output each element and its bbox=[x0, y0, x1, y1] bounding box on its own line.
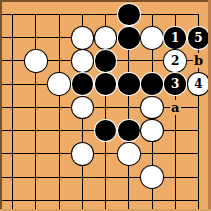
board-cell bbox=[71, 49, 94, 72]
white-stone bbox=[72, 143, 94, 165]
board-cell bbox=[140, 189, 163, 211]
board-cell bbox=[24, 142, 47, 165]
black-stone bbox=[118, 27, 140, 49]
board-cell bbox=[94, 165, 117, 188]
board-cell bbox=[1, 165, 24, 188]
board-cell bbox=[48, 189, 71, 211]
board-grid: 152b34a bbox=[1, 3, 210, 211]
board-cell bbox=[94, 3, 117, 26]
board-cell bbox=[140, 142, 163, 165]
board-cell: 2 bbox=[164, 49, 187, 72]
board-cell bbox=[24, 189, 47, 211]
board-cell bbox=[117, 49, 140, 72]
board-cell bbox=[187, 165, 210, 188]
board-cell bbox=[48, 49, 71, 72]
board-cell bbox=[187, 142, 210, 165]
black-stone bbox=[95, 50, 117, 72]
board-cell bbox=[164, 3, 187, 26]
board-cell bbox=[1, 49, 24, 72]
black-stone bbox=[95, 73, 117, 95]
board-cell: b bbox=[187, 49, 210, 72]
white-stone bbox=[118, 143, 140, 165]
black-stone bbox=[95, 120, 117, 142]
board-cell bbox=[71, 119, 94, 142]
board-cell bbox=[94, 119, 117, 142]
board-cell bbox=[164, 189, 187, 211]
board-frame-bottom bbox=[0, 209, 211, 211]
board-cell bbox=[24, 3, 47, 26]
white-stone bbox=[72, 50, 94, 72]
board-cell bbox=[48, 3, 71, 26]
board-cell bbox=[24, 96, 47, 119]
white-stone bbox=[141, 166, 163, 188]
board-cell bbox=[24, 26, 47, 49]
board-frame-top bbox=[0, 0, 211, 2]
board-cell bbox=[117, 3, 140, 26]
board-cell bbox=[164, 165, 187, 188]
board-cell bbox=[48, 165, 71, 188]
board-cell bbox=[71, 26, 94, 49]
board-cell: a bbox=[164, 96, 187, 119]
board-cell bbox=[71, 96, 94, 119]
board-cell bbox=[140, 3, 163, 26]
board-cell bbox=[117, 189, 140, 211]
board-cell bbox=[187, 189, 210, 211]
board-frame-right bbox=[208, 0, 211, 211]
board-cell bbox=[24, 119, 47, 142]
board-cell bbox=[187, 96, 210, 119]
board-cell bbox=[140, 119, 163, 142]
move-2-white-stone: 2 bbox=[164, 50, 186, 72]
point-label-b: b bbox=[193, 53, 204, 68]
board-cell bbox=[117, 26, 140, 49]
black-stone bbox=[118, 73, 140, 95]
black-stone bbox=[72, 73, 94, 95]
board-cell: 4 bbox=[187, 73, 210, 96]
board-cell bbox=[187, 119, 210, 142]
board-cell bbox=[94, 142, 117, 165]
move-1-black-stone: 1 bbox=[164, 27, 186, 49]
board-cell bbox=[94, 73, 117, 96]
black-stone bbox=[141, 73, 163, 95]
move-3-black-stone: 3 bbox=[164, 73, 186, 95]
white-stone bbox=[95, 27, 117, 49]
board-cell bbox=[1, 3, 24, 26]
board-cell bbox=[48, 142, 71, 165]
board-cell bbox=[117, 73, 140, 96]
board-cell bbox=[24, 49, 47, 72]
white-stone bbox=[141, 27, 163, 49]
board-cell bbox=[94, 26, 117, 49]
board-cell bbox=[164, 142, 187, 165]
board-cell: 1 bbox=[164, 26, 187, 49]
board-cell bbox=[140, 26, 163, 49]
board-cell bbox=[1, 119, 24, 142]
move-4-white-stone: 4 bbox=[188, 73, 210, 95]
board-cell bbox=[140, 49, 163, 72]
board-cell bbox=[1, 73, 24, 96]
board-cell bbox=[48, 119, 71, 142]
board-cell bbox=[1, 26, 24, 49]
move-5-black-stone: 5 bbox=[188, 27, 210, 49]
board-cell bbox=[140, 165, 163, 188]
board-cell: 3 bbox=[164, 73, 187, 96]
board-frame-left bbox=[0, 0, 2, 211]
board-cell bbox=[71, 3, 94, 26]
board-cell bbox=[48, 96, 71, 119]
white-stone bbox=[72, 97, 94, 119]
board-cell bbox=[117, 165, 140, 188]
board-cell bbox=[187, 3, 210, 26]
board-cell bbox=[71, 189, 94, 211]
board-cell bbox=[71, 165, 94, 188]
board-cell bbox=[117, 142, 140, 165]
go-board: 152b34a bbox=[0, 0, 211, 211]
black-stone bbox=[118, 120, 140, 142]
board-cell bbox=[1, 96, 24, 119]
white-stone bbox=[141, 97, 163, 119]
board-cell bbox=[117, 119, 140, 142]
board-cell bbox=[1, 189, 24, 211]
board-cell bbox=[24, 73, 47, 96]
board-cell bbox=[1, 142, 24, 165]
white-stone bbox=[72, 27, 94, 49]
board-cell bbox=[94, 189, 117, 211]
board-cell bbox=[140, 73, 163, 96]
board-cell bbox=[94, 96, 117, 119]
white-stone bbox=[141, 120, 163, 142]
board-cell bbox=[71, 142, 94, 165]
board-cell bbox=[117, 96, 140, 119]
black-stone bbox=[118, 4, 140, 26]
board-cell bbox=[71, 73, 94, 96]
go-diagram: 152b34a bbox=[0, 0, 211, 211]
board-cell: 5 bbox=[187, 26, 210, 49]
board-cell bbox=[94, 49, 117, 72]
board-cell bbox=[164, 119, 187, 142]
board-cell bbox=[48, 73, 71, 96]
board-cell bbox=[24, 165, 47, 188]
board-cell bbox=[140, 96, 163, 119]
board-cell bbox=[48, 26, 71, 49]
white-stone bbox=[48, 73, 70, 95]
white-stone bbox=[25, 50, 47, 72]
point-label-a: a bbox=[170, 100, 181, 115]
